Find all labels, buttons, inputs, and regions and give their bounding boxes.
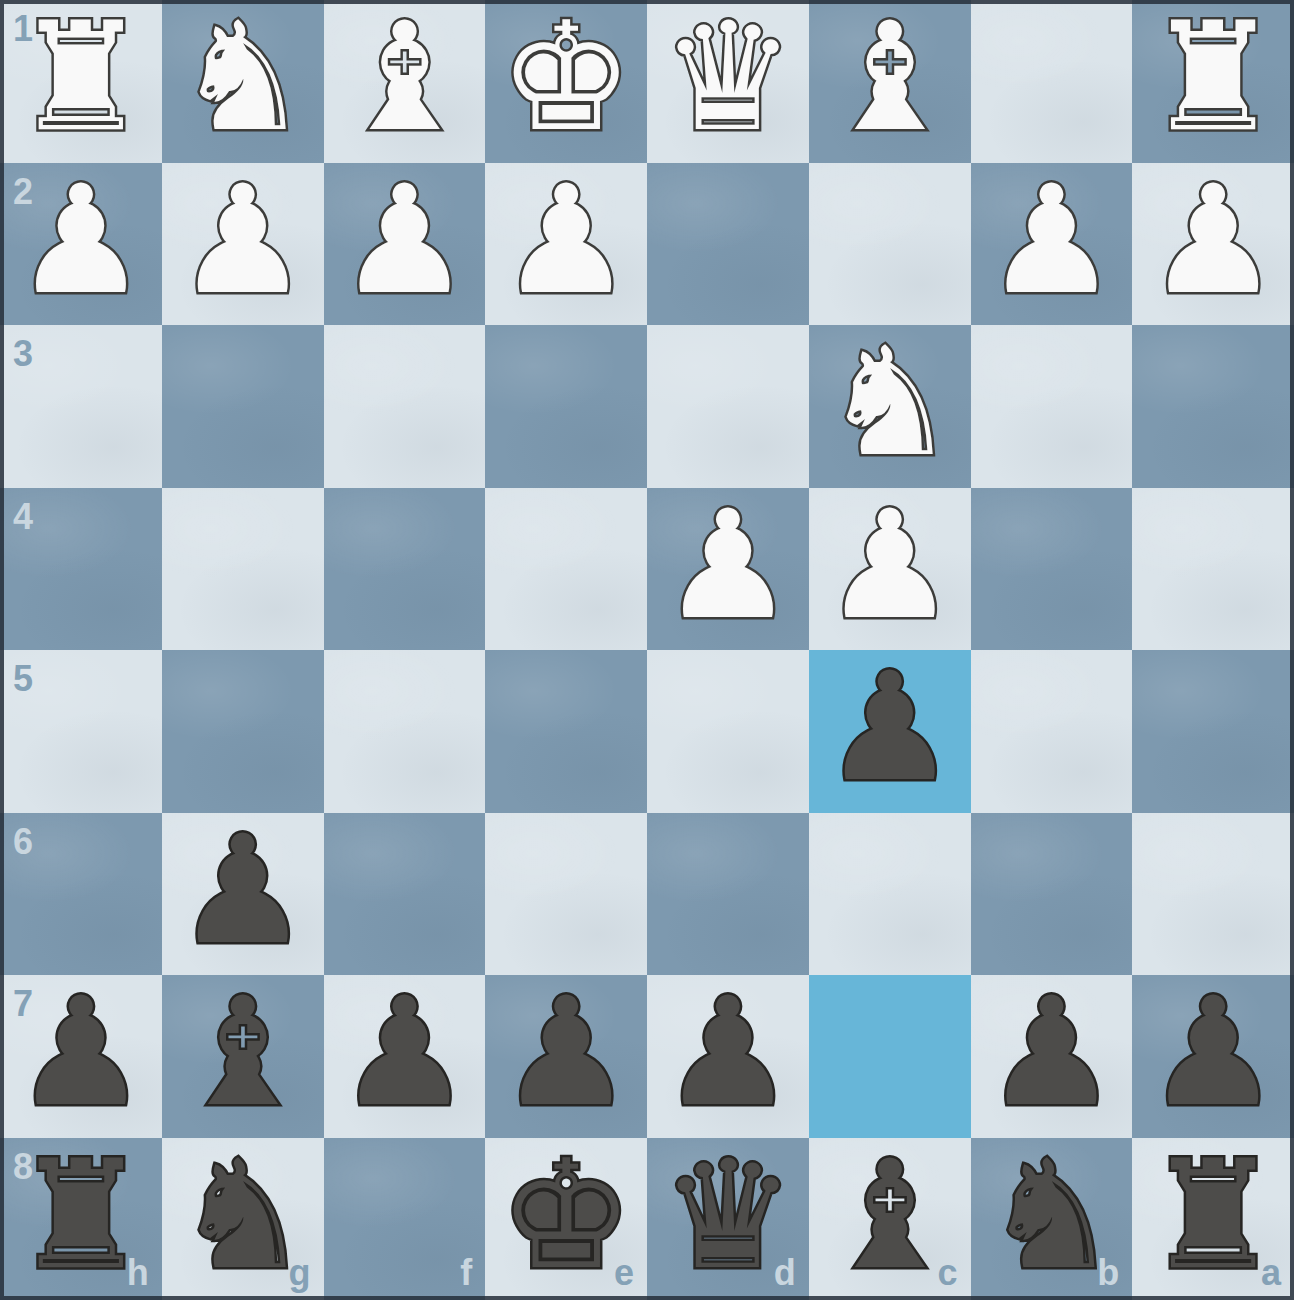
piece-white-pawn[interactable]: ♟	[984, 165, 1118, 315]
file-label-f: f	[460, 1252, 472, 1294]
rank-label-5: 5	[13, 658, 33, 700]
piece-black-king[interactable]: ♚	[499, 1140, 633, 1290]
square-g4[interactable]	[162, 488, 324, 651]
square-b4[interactable]	[971, 488, 1133, 651]
square-e4[interactable]	[485, 488, 647, 651]
square-h1[interactable]: ♜1	[0, 0, 162, 163]
square-e7[interactable]: ♟	[485, 975, 647, 1138]
square-c6[interactable]	[809, 813, 971, 976]
square-b3[interactable]	[971, 325, 1133, 488]
square-a7[interactable]: ♟	[1132, 975, 1294, 1138]
square-b2[interactable]: ♟	[971, 163, 1133, 326]
square-a4[interactable]	[1132, 488, 1294, 651]
square-d3[interactable]	[647, 325, 809, 488]
square-g6[interactable]: ♟	[162, 813, 324, 976]
square-e1[interactable]: ♚	[485, 0, 647, 163]
square-h8[interactable]: ♜8h	[0, 1138, 162, 1300]
piece-black-knight[interactable]: ♞	[175, 1140, 309, 1290]
piece-white-bishop[interactable]: ♝	[337, 2, 471, 152]
piece-black-queen[interactable]: ♛	[661, 1140, 795, 1290]
piece-white-pawn[interactable]: ♟	[661, 490, 795, 640]
piece-white-bishop[interactable]: ♝	[822, 2, 956, 152]
square-h4[interactable]: 4	[0, 488, 162, 651]
chess-board: ♜1♞♝♚♛♝♜♟2♟♟♟♟♟3♞4♟♟5♟6♟♟7♝♟♟♟♟♟♜8h♞gf♚e…	[0, 0, 1294, 1300]
square-g3[interactable]	[162, 325, 324, 488]
square-g2[interactable]: ♟	[162, 163, 324, 326]
square-g8[interactable]: ♞g	[162, 1138, 324, 1300]
piece-white-pawn[interactable]: ♟	[14, 165, 148, 315]
rank-label-3: 3	[13, 333, 33, 375]
square-c8[interactable]: ♝c	[809, 1138, 971, 1300]
square-b1[interactable]	[971, 0, 1133, 163]
square-g5[interactable]	[162, 650, 324, 813]
piece-black-rook[interactable]: ♜	[14, 1140, 148, 1290]
piece-black-bishop[interactable]: ♝	[822, 1140, 956, 1290]
piece-white-rook[interactable]: ♜	[1146, 2, 1280, 152]
rank-label-6: 6	[13, 821, 33, 863]
piece-black-pawn[interactable]: ♟	[984, 977, 1118, 1127]
square-a8[interactable]: ♜a	[1132, 1138, 1294, 1300]
square-f5[interactable]	[324, 650, 486, 813]
square-a2[interactable]: ♟	[1132, 163, 1294, 326]
square-e2[interactable]: ♟	[485, 163, 647, 326]
square-d7[interactable]: ♟	[647, 975, 809, 1138]
square-f4[interactable]	[324, 488, 486, 651]
square-f7[interactable]: ♟	[324, 975, 486, 1138]
square-b5[interactable]	[971, 650, 1133, 813]
square-c4[interactable]: ♟	[809, 488, 971, 651]
piece-black-bishop[interactable]: ♝	[175, 977, 309, 1127]
square-e3[interactable]	[485, 325, 647, 488]
square-b7[interactable]: ♟	[971, 975, 1133, 1138]
piece-white-knight[interactable]: ♞	[822, 327, 956, 477]
piece-black-knight[interactable]: ♞	[984, 1140, 1118, 1290]
square-d6[interactable]	[647, 813, 809, 976]
piece-white-pawn[interactable]: ♟	[175, 165, 309, 315]
piece-white-pawn[interactable]: ♟	[1146, 165, 1280, 315]
square-d2[interactable]	[647, 163, 809, 326]
square-e6[interactable]	[485, 813, 647, 976]
square-a6[interactable]	[1132, 813, 1294, 976]
piece-white-queen[interactable]: ♛	[661, 2, 795, 152]
square-b6[interactable]	[971, 813, 1133, 976]
square-h5[interactable]: 5	[0, 650, 162, 813]
piece-white-pawn[interactable]: ♟	[499, 165, 633, 315]
square-g1[interactable]: ♞	[162, 0, 324, 163]
piece-black-pawn[interactable]: ♟	[1146, 977, 1280, 1127]
square-c2[interactable]	[809, 163, 971, 326]
square-d4[interactable]: ♟	[647, 488, 809, 651]
piece-white-rook[interactable]: ♜	[14, 2, 148, 152]
square-g7[interactable]: ♝	[162, 975, 324, 1138]
square-h7[interactable]: ♟7	[0, 975, 162, 1138]
square-c7[interactable]	[809, 975, 971, 1138]
square-h3[interactable]: 3	[0, 325, 162, 488]
piece-white-pawn[interactable]: ♟	[822, 490, 956, 640]
piece-black-rook[interactable]: ♜	[1146, 1140, 1280, 1290]
piece-white-pawn[interactable]: ♟	[337, 165, 471, 315]
square-h2[interactable]: ♟2	[0, 163, 162, 326]
square-b8[interactable]: ♞b	[971, 1138, 1133, 1300]
square-d1[interactable]: ♛	[647, 0, 809, 163]
square-a3[interactable]	[1132, 325, 1294, 488]
square-f6[interactable]	[324, 813, 486, 976]
square-f2[interactable]: ♟	[324, 163, 486, 326]
piece-black-pawn[interactable]: ♟	[14, 977, 148, 1127]
square-f1[interactable]: ♝	[324, 0, 486, 163]
square-e8[interactable]: ♚e	[485, 1138, 647, 1300]
piece-black-pawn[interactable]: ♟	[822, 652, 956, 802]
square-a1[interactable]: ♜	[1132, 0, 1294, 163]
rank-label-4: 4	[13, 496, 33, 538]
square-d8[interactable]: ♛d	[647, 1138, 809, 1300]
square-d5[interactable]	[647, 650, 809, 813]
piece-black-pawn[interactable]: ♟	[337, 977, 471, 1127]
piece-black-pawn[interactable]: ♟	[175, 815, 309, 965]
piece-black-pawn[interactable]: ♟	[499, 977, 633, 1127]
square-e5[interactable]	[485, 650, 647, 813]
square-h6[interactable]: 6	[0, 813, 162, 976]
piece-white-knight[interactable]: ♞	[175, 2, 309, 152]
square-c3[interactable]: ♞	[809, 325, 971, 488]
square-c5[interactable]: ♟	[809, 650, 971, 813]
square-c1[interactable]: ♝	[809, 0, 971, 163]
piece-black-pawn[interactable]: ♟	[661, 977, 795, 1127]
square-a5[interactable]	[1132, 650, 1294, 813]
square-f3[interactable]	[324, 325, 486, 488]
piece-white-king[interactable]: ♚	[499, 2, 633, 152]
square-f8[interactable]: f	[324, 1138, 486, 1300]
